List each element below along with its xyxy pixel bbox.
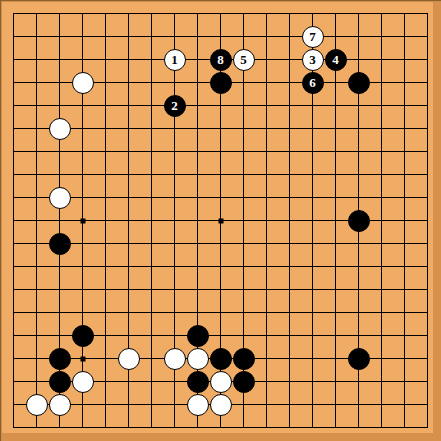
move-number-label: 7	[309, 30, 316, 43]
intersection	[278, 232, 301, 255]
intersection	[94, 94, 117, 117]
black-stone	[210, 72, 232, 94]
intersection	[71, 186, 94, 209]
move-number-label: 4	[332, 53, 339, 66]
intersection	[393, 301, 416, 324]
intersection	[278, 117, 301, 140]
intersection	[255, 324, 278, 347]
intersection	[416, 140, 439, 163]
intersection	[140, 2, 163, 25]
intersection	[140, 117, 163, 140]
intersection	[117, 2, 140, 25]
intersection	[370, 94, 393, 117]
intersection	[347, 393, 370, 416]
intersection	[255, 117, 278, 140]
black-stone	[187, 325, 209, 347]
intersection	[71, 370, 94, 393]
move-number-label: 6	[309, 76, 316, 89]
intersection	[71, 324, 94, 347]
intersection	[186, 186, 209, 209]
intersection	[48, 255, 71, 278]
intersection	[393, 186, 416, 209]
intersection	[186, 140, 209, 163]
intersection	[48, 48, 71, 71]
intersection	[186, 393, 209, 416]
intersection	[2, 347, 25, 370]
intersection	[209, 301, 232, 324]
intersection	[347, 301, 370, 324]
intersection	[232, 209, 255, 232]
intersection	[393, 163, 416, 186]
intersection	[209, 416, 232, 439]
intersection	[48, 25, 71, 48]
intersection	[301, 255, 324, 278]
intersection	[117, 347, 140, 370]
move-number-label: 5	[240, 53, 247, 66]
intersection	[71, 301, 94, 324]
intersection	[94, 48, 117, 71]
intersection	[186, 370, 209, 393]
intersection	[2, 48, 25, 71]
white-stone	[164, 348, 186, 370]
intersection	[163, 71, 186, 94]
intersection	[117, 301, 140, 324]
intersection	[25, 232, 48, 255]
intersection	[255, 94, 278, 117]
intersection	[416, 393, 439, 416]
intersection	[301, 117, 324, 140]
intersection	[347, 209, 370, 232]
intersection	[48, 186, 71, 209]
move-number-label: 8	[217, 53, 224, 66]
intersection	[209, 186, 232, 209]
intersection	[94, 347, 117, 370]
intersection	[416, 416, 439, 439]
intersection	[370, 48, 393, 71]
intersection	[2, 209, 25, 232]
intersection	[416, 278, 439, 301]
intersection	[71, 117, 94, 140]
intersection	[255, 416, 278, 439]
intersection	[347, 278, 370, 301]
intersection	[347, 25, 370, 48]
intersection	[324, 71, 347, 94]
intersection	[301, 94, 324, 117]
intersection	[255, 370, 278, 393]
intersection	[163, 416, 186, 439]
intersection	[324, 186, 347, 209]
intersection	[48, 94, 71, 117]
intersection	[48, 416, 71, 439]
black-stone: 8	[210, 49, 232, 71]
intersection	[140, 255, 163, 278]
intersection	[140, 186, 163, 209]
intersection	[370, 255, 393, 278]
intersection	[393, 324, 416, 347]
intersection	[278, 278, 301, 301]
intersection: 4	[324, 48, 347, 71]
intersection	[71, 71, 94, 94]
intersection	[25, 278, 48, 301]
intersection	[186, 117, 209, 140]
intersection	[393, 393, 416, 416]
intersection	[347, 71, 370, 94]
intersection	[2, 232, 25, 255]
black-stone	[233, 371, 255, 393]
intersection	[393, 25, 416, 48]
intersection	[416, 232, 439, 255]
intersection	[163, 140, 186, 163]
intersection	[25, 48, 48, 71]
intersection	[324, 301, 347, 324]
intersection	[393, 209, 416, 232]
intersection	[232, 324, 255, 347]
intersection	[163, 2, 186, 25]
intersection	[48, 370, 71, 393]
intersection	[48, 140, 71, 163]
intersection	[117, 71, 140, 94]
intersection	[71, 416, 94, 439]
intersection	[186, 163, 209, 186]
intersection	[301, 370, 324, 393]
intersection	[94, 71, 117, 94]
intersection: 8	[209, 48, 232, 71]
intersection	[163, 278, 186, 301]
intersection	[209, 347, 232, 370]
intersection	[140, 94, 163, 117]
white-stone: 5	[233, 49, 255, 71]
white-stone: 3	[302, 49, 324, 71]
intersection	[94, 370, 117, 393]
intersection	[71, 163, 94, 186]
intersection	[324, 370, 347, 393]
intersection	[2, 71, 25, 94]
intersection	[416, 186, 439, 209]
intersection	[232, 393, 255, 416]
intersection	[186, 25, 209, 48]
intersection: 1	[163, 48, 186, 71]
intersection	[163, 209, 186, 232]
intersection	[209, 140, 232, 163]
intersection	[48, 117, 71, 140]
intersection	[186, 301, 209, 324]
intersection	[140, 416, 163, 439]
intersection	[255, 163, 278, 186]
intersection	[324, 209, 347, 232]
intersection	[71, 255, 94, 278]
intersection	[140, 209, 163, 232]
intersection	[324, 25, 347, 48]
intersection	[186, 209, 209, 232]
intersection	[370, 416, 393, 439]
intersection	[347, 347, 370, 370]
intersection	[94, 186, 117, 209]
intersection	[186, 94, 209, 117]
intersection	[163, 163, 186, 186]
intersection	[209, 94, 232, 117]
intersection	[393, 255, 416, 278]
intersection	[163, 255, 186, 278]
intersection	[232, 94, 255, 117]
intersection	[278, 48, 301, 71]
intersection	[324, 163, 347, 186]
intersection	[48, 347, 71, 370]
move-number-label: 2	[171, 99, 178, 112]
intersection	[117, 140, 140, 163]
intersection: 5	[232, 48, 255, 71]
intersection	[209, 117, 232, 140]
move-number-label: 1	[171, 53, 178, 66]
intersection	[94, 140, 117, 163]
intersection	[71, 140, 94, 163]
intersection	[25, 370, 48, 393]
intersection	[25, 94, 48, 117]
intersection	[324, 117, 347, 140]
intersection	[48, 2, 71, 25]
intersection	[347, 117, 370, 140]
intersection	[2, 25, 25, 48]
intersection	[324, 278, 347, 301]
intersection	[140, 71, 163, 94]
black-stone: 2	[164, 95, 186, 117]
intersection	[232, 140, 255, 163]
intersection	[25, 186, 48, 209]
intersection	[25, 163, 48, 186]
intersection	[370, 370, 393, 393]
intersection	[324, 324, 347, 347]
board-intersections: 71853462	[2, 2, 439, 439]
intersection	[186, 255, 209, 278]
intersection	[416, 48, 439, 71]
intersection	[278, 255, 301, 278]
intersection	[71, 48, 94, 71]
intersection	[25, 301, 48, 324]
intersection	[278, 347, 301, 370]
intersection: 2	[163, 94, 186, 117]
intersection	[301, 324, 324, 347]
intersection	[117, 94, 140, 117]
intersection	[140, 278, 163, 301]
intersection	[117, 25, 140, 48]
intersection	[48, 278, 71, 301]
intersection	[209, 255, 232, 278]
intersection	[2, 370, 25, 393]
white-stone	[26, 394, 48, 416]
intersection	[94, 255, 117, 278]
intersection	[255, 232, 278, 255]
intersection	[71, 278, 94, 301]
intersection	[255, 393, 278, 416]
intersection	[163, 370, 186, 393]
intersection	[301, 301, 324, 324]
intersection	[416, 71, 439, 94]
white-stone	[187, 394, 209, 416]
intersection	[94, 324, 117, 347]
intersection: 6	[301, 71, 324, 94]
intersection	[416, 370, 439, 393]
intersection	[48, 71, 71, 94]
intersection	[2, 2, 25, 25]
intersection	[94, 301, 117, 324]
black-stone: 6	[302, 72, 324, 94]
intersection	[255, 25, 278, 48]
intersection	[140, 25, 163, 48]
intersection	[370, 186, 393, 209]
intersection	[301, 209, 324, 232]
intersection	[255, 48, 278, 71]
intersection	[278, 94, 301, 117]
intersection	[370, 324, 393, 347]
intersection	[25, 209, 48, 232]
intersection	[2, 278, 25, 301]
intersection	[209, 370, 232, 393]
intersection	[71, 209, 94, 232]
intersection	[324, 140, 347, 163]
intersection	[25, 25, 48, 48]
intersection	[255, 278, 278, 301]
intersection	[71, 94, 94, 117]
intersection	[2, 186, 25, 209]
intersection	[301, 163, 324, 186]
black-stone	[187, 371, 209, 393]
intersection	[324, 255, 347, 278]
intersection	[301, 186, 324, 209]
intersection	[301, 416, 324, 439]
intersection	[25, 255, 48, 278]
intersection	[324, 232, 347, 255]
intersection	[301, 232, 324, 255]
black-stone	[348, 348, 370, 370]
intersection	[163, 186, 186, 209]
intersection	[71, 2, 94, 25]
intersection	[347, 2, 370, 25]
intersection	[347, 186, 370, 209]
go-board: 71853462	[0, 0, 441, 441]
intersection	[209, 324, 232, 347]
white-stone	[187, 348, 209, 370]
intersection	[94, 163, 117, 186]
intersection	[2, 94, 25, 117]
intersection	[324, 2, 347, 25]
intersection	[140, 393, 163, 416]
intersection	[232, 71, 255, 94]
move-number-label: 3	[309, 53, 316, 66]
intersection	[117, 186, 140, 209]
intersection	[301, 2, 324, 25]
intersection	[186, 278, 209, 301]
intersection	[324, 94, 347, 117]
intersection	[393, 347, 416, 370]
intersection	[416, 347, 439, 370]
intersection	[25, 347, 48, 370]
intersection	[393, 140, 416, 163]
intersection	[278, 416, 301, 439]
intersection	[278, 140, 301, 163]
intersection	[255, 2, 278, 25]
intersection	[25, 393, 48, 416]
intersection	[232, 416, 255, 439]
intersection	[140, 48, 163, 71]
intersection	[94, 416, 117, 439]
black-stone: 4	[325, 49, 347, 71]
intersection	[301, 278, 324, 301]
intersection	[232, 117, 255, 140]
intersection	[370, 278, 393, 301]
black-stone	[348, 210, 370, 232]
white-stone	[49, 187, 71, 209]
intersection	[347, 232, 370, 255]
intersection	[255, 347, 278, 370]
intersection	[117, 278, 140, 301]
intersection	[278, 209, 301, 232]
intersection	[370, 232, 393, 255]
intersection	[140, 140, 163, 163]
intersection	[232, 232, 255, 255]
intersection	[163, 347, 186, 370]
intersection	[416, 324, 439, 347]
intersection	[71, 232, 94, 255]
intersection	[25, 71, 48, 94]
intersection	[2, 393, 25, 416]
intersection	[117, 163, 140, 186]
white-stone	[118, 348, 140, 370]
intersection	[2, 140, 25, 163]
intersection	[370, 71, 393, 94]
intersection	[255, 140, 278, 163]
intersection	[416, 209, 439, 232]
white-stone	[72, 371, 94, 393]
intersection	[186, 71, 209, 94]
intersection	[117, 117, 140, 140]
intersection	[347, 163, 370, 186]
intersection	[117, 232, 140, 255]
intersection	[301, 140, 324, 163]
intersection	[2, 117, 25, 140]
intersection	[416, 255, 439, 278]
intersection	[2, 416, 25, 439]
black-stone	[49, 371, 71, 393]
white-stone	[72, 72, 94, 94]
intersection	[48, 324, 71, 347]
intersection	[370, 2, 393, 25]
black-stone	[49, 348, 71, 370]
intersection	[71, 393, 94, 416]
intersection	[117, 255, 140, 278]
intersection	[416, 94, 439, 117]
intersection	[278, 324, 301, 347]
intersection	[278, 370, 301, 393]
intersection	[117, 48, 140, 71]
intersection	[2, 301, 25, 324]
intersection	[370, 209, 393, 232]
intersection	[186, 324, 209, 347]
intersection	[2, 324, 25, 347]
intersection	[393, 2, 416, 25]
intersection	[2, 255, 25, 278]
intersection	[232, 255, 255, 278]
intersection	[278, 163, 301, 186]
intersection	[278, 393, 301, 416]
intersection	[25, 2, 48, 25]
intersection	[163, 393, 186, 416]
intersection	[94, 209, 117, 232]
intersection	[370, 301, 393, 324]
intersection	[209, 232, 232, 255]
intersection	[370, 117, 393, 140]
intersection	[301, 393, 324, 416]
intersection	[255, 255, 278, 278]
black-stone	[348, 72, 370, 94]
